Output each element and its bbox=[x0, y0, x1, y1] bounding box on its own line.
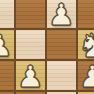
white-pawn-icon[interactable]: ♟ bbox=[0, 31, 13, 61]
white-pawn-icon[interactable]: ♟ bbox=[48, 0, 75, 30]
square-r2c2[interactable] bbox=[47, 61, 76, 90]
square-r1c1[interactable] bbox=[16, 30, 45, 59]
board-viewport: ♟ ♟ ♞ ♟ ♟ bbox=[0, 0, 94, 94]
square-r0c2[interactable]: ♟ bbox=[47, 0, 76, 28]
square-r2c1[interactable]: ♟ bbox=[16, 61, 45, 90]
square-r1c3[interactable]: ♞ bbox=[78, 30, 94, 59]
square-r2c3[interactable]: ♟ bbox=[78, 61, 94, 90]
square-r0c0[interactable] bbox=[0, 0, 14, 28]
white-pawn-icon[interactable]: ♟ bbox=[17, 62, 44, 92]
square-r3c3[interactable] bbox=[78, 92, 94, 94]
square-r1c2[interactable] bbox=[47, 30, 76, 59]
square-r3c1[interactable] bbox=[16, 92, 45, 94]
square-r3c2[interactable] bbox=[47, 92, 76, 94]
square-r2c0[interactable] bbox=[0, 61, 14, 90]
square-r3c0[interactable] bbox=[0, 92, 14, 94]
square-r0c1[interactable] bbox=[16, 0, 45, 28]
square-r1c0[interactable]: ♟ bbox=[0, 30, 14, 59]
square-r0c3[interactable] bbox=[78, 0, 94, 28]
white-pawn-icon[interactable]: ♟ bbox=[79, 62, 94, 92]
white-knight-icon[interactable]: ♞ bbox=[78, 29, 94, 62]
chess-board: ♟ ♟ ♞ ♟ ♟ bbox=[0, 0, 94, 94]
